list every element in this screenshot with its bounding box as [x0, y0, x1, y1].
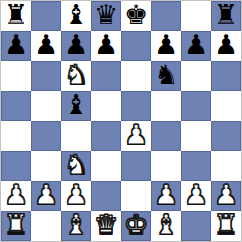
- square-h6[interactable]: [211, 61, 241, 91]
- square-b3[interactable]: [31, 151, 61, 181]
- square-d8[interactable]: ♛: [91, 1, 121, 31]
- square-e1[interactable]: ♚: [121, 211, 151, 241]
- piece-black-pawn[interactable]: ♟: [214, 30, 238, 60]
- chess-board-frame: ♜♝♛♚♜♟♟♟♟♟♟♟♞♞♝♟♞♟♟♟♟♟♟♜♝♛♚♝♜: [0, 0, 242, 242]
- square-d1[interactable]: ♛: [91, 211, 121, 241]
- square-h5[interactable]: [211, 91, 241, 121]
- square-e2[interactable]: [121, 181, 151, 211]
- piece-white-bishop[interactable]: ♝: [154, 210, 178, 240]
- piece-black-rook[interactable]: ♜: [4, 0, 28, 30]
- piece-white-pawn[interactable]: ♟: [4, 180, 28, 210]
- square-f3[interactable]: [151, 151, 181, 181]
- square-h7[interactable]: ♟: [211, 31, 241, 61]
- square-a4[interactable]: [1, 121, 31, 151]
- square-d3[interactable]: [91, 151, 121, 181]
- square-e6[interactable]: [121, 61, 151, 91]
- square-a7[interactable]: ♟: [1, 31, 31, 61]
- piece-white-king[interactable]: ♚: [124, 210, 148, 240]
- square-f5[interactable]: [151, 91, 181, 121]
- square-f4[interactable]: [151, 121, 181, 151]
- piece-black-pawn[interactable]: ♟: [154, 30, 178, 60]
- square-e4[interactable]: ♟: [121, 121, 151, 151]
- piece-white-pawn[interactable]: ♟: [34, 180, 58, 210]
- piece-black-bishop[interactable]: ♝: [64, 90, 88, 120]
- square-b6[interactable]: [31, 61, 61, 91]
- square-g6[interactable]: [181, 61, 211, 91]
- square-c8[interactable]: ♝: [61, 1, 91, 31]
- square-b4[interactable]: [31, 121, 61, 151]
- square-g1[interactable]: [181, 211, 211, 241]
- piece-black-pawn[interactable]: ♟: [4, 30, 28, 60]
- piece-black-queen[interactable]: ♛: [94, 0, 118, 30]
- square-b8[interactable]: [31, 1, 61, 31]
- square-d7[interactable]: ♟: [91, 31, 121, 61]
- square-c7[interactable]: ♟: [61, 31, 91, 61]
- piece-white-knight[interactable]: ♞: [64, 60, 88, 90]
- square-g8[interactable]: [181, 1, 211, 31]
- chess-board: ♜♝♛♚♜♟♟♟♟♟♟♟♞♞♝♟♞♟♟♟♟♟♟♜♝♛♚♝♜: [1, 1, 241, 241]
- square-g5[interactable]: [181, 91, 211, 121]
- square-a6[interactable]: [1, 61, 31, 91]
- square-h2[interactable]: ♟: [211, 181, 241, 211]
- piece-black-knight[interactable]: ♞: [154, 60, 178, 90]
- square-b7[interactable]: ♟: [31, 31, 61, 61]
- square-b1[interactable]: [31, 211, 61, 241]
- square-e5[interactable]: [121, 91, 151, 121]
- square-d2[interactable]: [91, 181, 121, 211]
- square-c5[interactable]: ♝: [61, 91, 91, 121]
- square-g7[interactable]: ♟: [181, 31, 211, 61]
- piece-black-pawn[interactable]: ♟: [184, 30, 208, 60]
- square-a8[interactable]: ♜: [1, 1, 31, 31]
- square-a1[interactable]: ♜: [1, 211, 31, 241]
- piece-white-pawn[interactable]: ♟: [124, 120, 148, 150]
- square-c4[interactable]: [61, 121, 91, 151]
- square-c1[interactable]: ♝: [61, 211, 91, 241]
- square-g3[interactable]: [181, 151, 211, 181]
- square-c3[interactable]: ♞: [61, 151, 91, 181]
- piece-black-pawn[interactable]: ♟: [94, 30, 118, 60]
- square-f6[interactable]: ♞: [151, 61, 181, 91]
- piece-white-knight[interactable]: ♞: [64, 150, 88, 180]
- square-a2[interactable]: ♟: [1, 181, 31, 211]
- square-c6[interactable]: ♞: [61, 61, 91, 91]
- square-d6[interactable]: [91, 61, 121, 91]
- piece-black-pawn[interactable]: ♟: [64, 30, 88, 60]
- piece-black-bishop[interactable]: ♝: [64, 0, 88, 30]
- square-f7[interactable]: ♟: [151, 31, 181, 61]
- square-f8[interactable]: [151, 1, 181, 31]
- square-e3[interactable]: [121, 151, 151, 181]
- square-e7[interactable]: [121, 31, 151, 61]
- piece-white-queen[interactable]: ♛: [94, 210, 118, 240]
- square-g2[interactable]: ♟: [181, 181, 211, 211]
- square-d4[interactable]: [91, 121, 121, 151]
- piece-white-pawn[interactable]: ♟: [154, 180, 178, 210]
- square-h4[interactable]: [211, 121, 241, 151]
- piece-white-pawn[interactable]: ♟: [184, 180, 208, 210]
- piece-black-pawn[interactable]: ♟: [34, 30, 58, 60]
- square-h3[interactable]: [211, 151, 241, 181]
- square-b2[interactable]: ♟: [31, 181, 61, 211]
- piece-white-pawn[interactable]: ♟: [64, 180, 88, 210]
- square-f2[interactable]: ♟: [151, 181, 181, 211]
- piece-white-pawn[interactable]: ♟: [214, 180, 238, 210]
- square-a3[interactable]: [1, 151, 31, 181]
- piece-white-rook[interactable]: ♜: [214, 210, 238, 240]
- square-h8[interactable]: ♜: [211, 1, 241, 31]
- square-h1[interactable]: ♜: [211, 211, 241, 241]
- square-a5[interactable]: [1, 91, 31, 121]
- piece-white-bishop[interactable]: ♝: [64, 210, 88, 240]
- square-g4[interactable]: [181, 121, 211, 151]
- square-e8[interactable]: ♚: [121, 1, 151, 31]
- square-d5[interactable]: [91, 91, 121, 121]
- piece-black-king[interactable]: ♚: [124, 0, 148, 30]
- square-f1[interactable]: ♝: [151, 211, 181, 241]
- piece-white-rook[interactable]: ♜: [4, 210, 28, 240]
- square-c2[interactable]: ♟: [61, 181, 91, 211]
- piece-black-rook[interactable]: ♜: [214, 0, 238, 30]
- square-b5[interactable]: [31, 91, 61, 121]
